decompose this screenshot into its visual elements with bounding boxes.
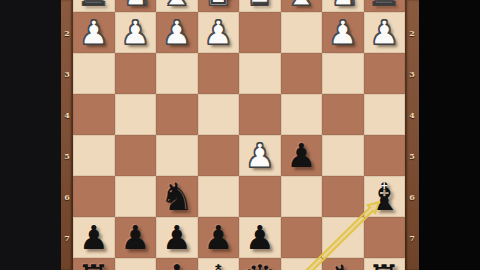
square-e3 xyxy=(198,53,240,94)
square-b7 xyxy=(322,217,364,258)
rank-label-3-left: 3 xyxy=(61,69,73,79)
bishop-cross-icon: + xyxy=(364,181,406,191)
black-pawn: ♟ xyxy=(198,217,240,258)
white-knight: ♞ xyxy=(322,0,364,12)
square-f2: ♟ xyxy=(156,12,198,53)
square-a5 xyxy=(364,135,406,176)
white-pawn: ♟ xyxy=(322,12,364,53)
black-knight: ♞ xyxy=(156,176,198,217)
square-g8 xyxy=(115,258,157,270)
square-e8: ♚ xyxy=(198,258,240,270)
rank-label-4-right: 4 xyxy=(405,110,419,120)
square-a4 xyxy=(364,94,406,135)
square-g5 xyxy=(115,135,157,176)
square-c2 xyxy=(281,12,323,53)
white-bishop: ♝ xyxy=(156,0,198,12)
square-e5 xyxy=(198,135,240,176)
square-c1: ♝ xyxy=(281,0,323,12)
square-h1: ♜ xyxy=(73,0,115,12)
square-e4 xyxy=(198,94,240,135)
square-h4 xyxy=(73,94,115,135)
square-f7: ♟ xyxy=(156,217,198,258)
square-f3 xyxy=(156,53,198,94)
square-a2: ♟ xyxy=(364,12,406,53)
square-c4 xyxy=(281,94,323,135)
white-pawn: ♟ xyxy=(239,135,281,176)
black-rook: ♜ xyxy=(364,258,406,270)
square-b6 xyxy=(322,176,364,217)
black-knight: ♞ xyxy=(322,258,364,270)
white-rook: ♜ xyxy=(364,0,406,12)
rank-label-3-right: 3 xyxy=(405,69,419,79)
square-a8: ♜ xyxy=(364,258,406,270)
white-knight: ♞ xyxy=(115,0,157,12)
square-g2: ♟ xyxy=(115,12,157,53)
square-c8 xyxy=(281,258,323,270)
square-g6 xyxy=(115,176,157,217)
white-pawn: ♟ xyxy=(156,12,198,53)
white-king: ♚ xyxy=(198,0,240,12)
rank-label-7-right: 7 xyxy=(405,233,419,243)
square-h7: ♟ xyxy=(73,217,115,258)
rank-label-5-left: 5 xyxy=(61,151,73,161)
square-d7: ♟ xyxy=(239,217,281,258)
white-bishop: ♝ xyxy=(281,0,323,12)
white-pawn: ♟ xyxy=(364,12,406,53)
black-pawn: ♟ xyxy=(281,135,323,176)
black-rook: ♜ xyxy=(73,258,115,270)
white-pawn: ♟ xyxy=(73,12,115,53)
square-f1: ♝ xyxy=(156,0,198,12)
chessboard: ♜♞♝♚♛♝♞♜♟♟♟♟♟♟♟♟♞♝+♟♟♟♟♟♜♝♚♛♞♜ xyxy=(73,0,405,270)
rank-label-5-right: 5 xyxy=(405,151,419,161)
square-c6 xyxy=(281,176,323,217)
square-g3 xyxy=(115,53,157,94)
square-e7: ♟ xyxy=(198,217,240,258)
letterbox-right xyxy=(419,0,480,270)
square-e2: ♟ xyxy=(198,12,240,53)
square-a6: ♝+ xyxy=(364,176,406,217)
square-d6 xyxy=(239,176,281,217)
square-b5 xyxy=(322,135,364,176)
square-d3 xyxy=(239,53,281,94)
black-pawn: ♟ xyxy=(73,217,115,258)
square-h6 xyxy=(73,176,115,217)
square-f5 xyxy=(156,135,198,176)
rank-label-6-left: 6 xyxy=(61,192,73,202)
square-f8: ♝ xyxy=(156,258,198,270)
square-e6 xyxy=(198,176,240,217)
rank-label-4-left: 4 xyxy=(61,110,73,120)
square-g7: ♟ xyxy=(115,217,157,258)
black-queen: ♛ xyxy=(239,258,281,270)
square-c5: ♟ xyxy=(281,135,323,176)
square-h3 xyxy=(73,53,115,94)
white-rook: ♜ xyxy=(73,0,115,12)
square-e1: ♚ xyxy=(198,0,240,12)
square-b2: ♟ xyxy=(322,12,364,53)
black-king: ♚ xyxy=(198,258,240,270)
black-bishop: ♝ xyxy=(156,258,198,270)
square-d1: ♛ xyxy=(239,0,281,12)
square-c3 xyxy=(281,53,323,94)
rank-label-6-right: 6 xyxy=(405,192,419,202)
square-h8: ♜ xyxy=(73,258,115,270)
square-f4 xyxy=(156,94,198,135)
square-g1: ♞ xyxy=(115,0,157,12)
square-b1: ♞ xyxy=(322,0,364,12)
square-d8: ♛ xyxy=(239,258,281,270)
rank-label-2-right: 2 xyxy=(405,28,419,38)
square-c7 xyxy=(281,217,323,258)
white-queen: ♛ xyxy=(239,0,281,12)
square-d5: ♟ xyxy=(239,135,281,176)
square-b3 xyxy=(322,53,364,94)
black-pawn: ♟ xyxy=(115,217,157,258)
square-a7 xyxy=(364,217,406,258)
letterbox-left xyxy=(0,0,61,270)
square-f6: ♞ xyxy=(156,176,198,217)
square-g4 xyxy=(115,94,157,135)
black-pawn: ♟ xyxy=(239,217,281,258)
white-pawn: ♟ xyxy=(115,12,157,53)
square-d4 xyxy=(239,94,281,135)
square-b8: ♞ xyxy=(322,258,364,270)
square-b4 xyxy=(322,94,364,135)
board-frame-right: 12345678 xyxy=(405,0,419,270)
square-h5 xyxy=(73,135,115,176)
square-a3 xyxy=(364,53,406,94)
black-pawn: ♟ xyxy=(156,217,198,258)
square-h2: ♟ xyxy=(73,12,115,53)
square-a1: ♜ xyxy=(364,0,406,12)
white-pawn: ♟ xyxy=(198,12,240,53)
black-bishop: ♝+ xyxy=(364,176,406,217)
square-d2 xyxy=(239,12,281,53)
rank-label-7-left: 7 xyxy=(61,233,73,243)
rank-label-2-left: 2 xyxy=(61,28,73,38)
